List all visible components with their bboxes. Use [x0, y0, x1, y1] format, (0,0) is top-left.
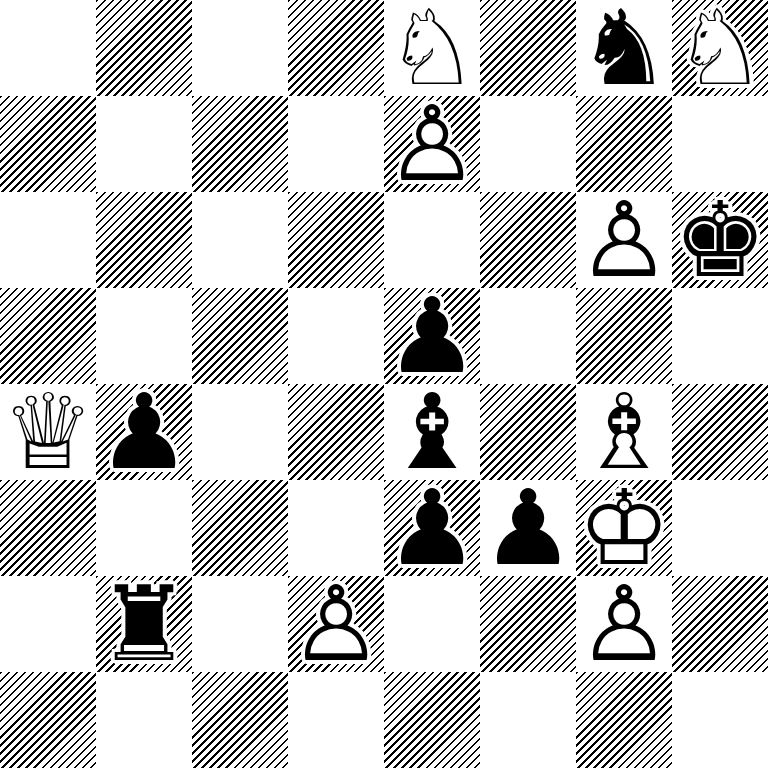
black-king-halo: ♚	[672, 192, 768, 288]
black-king: ♚	[672, 192, 768, 288]
square-g4[interactable]: ♝♗	[576, 384, 672, 480]
square-d2[interactable]: ♟♙	[288, 576, 384, 672]
white-knight-halo: ♞	[384, 0, 480, 96]
square-a6[interactable]	[0, 192, 96, 288]
square-e5[interactable]: ♟♟	[384, 288, 480, 384]
white-bishop: ♗	[576, 384, 672, 480]
square-h8[interactable]: ♞♘	[672, 0, 768, 96]
chess-board: ♞♘♞♞♞♘♟♙♟♙♚♚♟♟♛♕♟♟♝♝♝♗♟♟♟♟♚♔♜♜♟♙♟♙	[0, 0, 768, 768]
white-king: ♔	[576, 480, 672, 576]
square-b3[interactable]	[96, 480, 192, 576]
white-pawn: ♙	[384, 96, 480, 192]
square-h4[interactable]	[672, 384, 768, 480]
square-f7[interactable]	[480, 96, 576, 192]
square-h1[interactable]	[672, 672, 768, 768]
black-pawn-halo: ♟	[384, 480, 480, 576]
square-g6[interactable]: ♟♙	[576, 192, 672, 288]
square-h5[interactable]	[672, 288, 768, 384]
square-c6[interactable]	[192, 192, 288, 288]
square-c8[interactable]	[192, 0, 288, 96]
white-pawn-halo: ♟	[576, 192, 672, 288]
square-d5[interactable]	[288, 288, 384, 384]
square-b6[interactable]	[96, 192, 192, 288]
square-g5[interactable]	[576, 288, 672, 384]
square-c4[interactable]	[192, 384, 288, 480]
square-g2[interactable]: ♟♙	[576, 576, 672, 672]
black-pawn: ♟	[96, 384, 192, 480]
square-e8[interactable]: ♞♘	[384, 0, 480, 96]
black-pawn-halo: ♟	[384, 288, 480, 384]
square-h6[interactable]: ♚♚	[672, 192, 768, 288]
square-f5[interactable]	[480, 288, 576, 384]
square-a1[interactable]	[0, 672, 96, 768]
square-b2[interactable]: ♜♜	[96, 576, 192, 672]
white-knight: ♘	[672, 0, 768, 96]
black-pawn: ♟	[384, 288, 480, 384]
square-d4[interactable]	[288, 384, 384, 480]
square-a4[interactable]: ♛♕	[0, 384, 96, 480]
square-a2[interactable]	[0, 576, 96, 672]
square-f8[interactable]	[480, 0, 576, 96]
square-d8[interactable]	[288, 0, 384, 96]
square-a5[interactable]	[0, 288, 96, 384]
white-pawn: ♙	[576, 192, 672, 288]
white-king-halo: ♚	[576, 480, 672, 576]
black-knight: ♞	[576, 0, 672, 96]
square-e7[interactable]: ♟♙	[384, 96, 480, 192]
square-f6[interactable]	[480, 192, 576, 288]
square-a7[interactable]	[0, 96, 96, 192]
square-g8[interactable]: ♞♞	[576, 0, 672, 96]
square-e1[interactable]	[384, 672, 480, 768]
black-pawn-halo: ♟	[96, 384, 192, 480]
square-f4[interactable]	[480, 384, 576, 480]
square-g1[interactable]	[576, 672, 672, 768]
square-c5[interactable]	[192, 288, 288, 384]
square-d1[interactable]	[288, 672, 384, 768]
white-pawn-halo: ♟	[576, 576, 672, 672]
black-pawn: ♟	[480, 480, 576, 576]
square-g7[interactable]	[576, 96, 672, 192]
square-f1[interactable]	[480, 672, 576, 768]
white-pawn: ♙	[288, 576, 384, 672]
square-d7[interactable]	[288, 96, 384, 192]
square-c3[interactable]	[192, 480, 288, 576]
black-bishop-halo: ♝	[384, 384, 480, 480]
black-pawn-halo: ♟	[480, 480, 576, 576]
white-bishop-halo: ♝	[576, 384, 672, 480]
square-g3[interactable]: ♚♔	[576, 480, 672, 576]
square-d6[interactable]	[288, 192, 384, 288]
square-e4[interactable]: ♝♝	[384, 384, 480, 480]
square-c1[interactable]	[192, 672, 288, 768]
white-pawn-halo: ♟	[384, 96, 480, 192]
square-b4[interactable]: ♟♟	[96, 384, 192, 480]
white-queen: ♕	[0, 384, 96, 480]
square-c7[interactable]	[192, 96, 288, 192]
square-h2[interactable]	[672, 576, 768, 672]
square-b7[interactable]	[96, 96, 192, 192]
black-rook-halo: ♜	[96, 576, 192, 672]
square-h3[interactable]	[672, 480, 768, 576]
square-f3[interactable]: ♟♟	[480, 480, 576, 576]
square-a8[interactable]	[0, 0, 96, 96]
square-e3[interactable]: ♟♟	[384, 480, 480, 576]
black-bishop: ♝	[384, 384, 480, 480]
white-queen-halo: ♛	[0, 384, 96, 480]
black-rook: ♜	[96, 576, 192, 672]
square-e2[interactable]	[384, 576, 480, 672]
white-pawn-halo: ♟	[288, 576, 384, 672]
square-h7[interactable]	[672, 96, 768, 192]
black-knight-halo: ♞	[576, 0, 672, 96]
square-e6[interactable]	[384, 192, 480, 288]
square-b8[interactable]	[96, 0, 192, 96]
white-pawn: ♙	[576, 576, 672, 672]
black-pawn: ♟	[384, 480, 480, 576]
square-d3[interactable]	[288, 480, 384, 576]
square-b1[interactable]	[96, 672, 192, 768]
white-knight: ♘	[384, 0, 480, 96]
square-a3[interactable]	[0, 480, 96, 576]
square-b5[interactable]	[96, 288, 192, 384]
square-c2[interactable]	[192, 576, 288, 672]
white-knight-halo: ♞	[672, 0, 768, 96]
square-f2[interactable]	[480, 576, 576, 672]
